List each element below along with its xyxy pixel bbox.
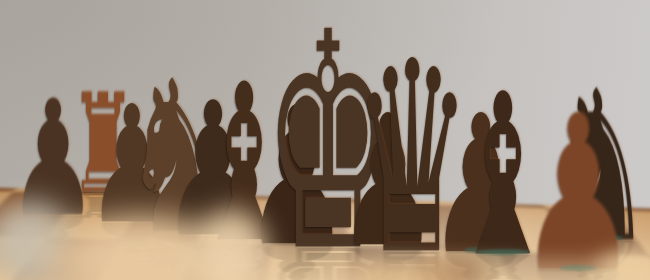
chess-photo-scene: ♟♜♟♞♟♝♟♚♟♛♟♝♟♞ ♟♜♟♞♟♝♟♚♟♛♟♝♟♞ <box>0 0 650 280</box>
